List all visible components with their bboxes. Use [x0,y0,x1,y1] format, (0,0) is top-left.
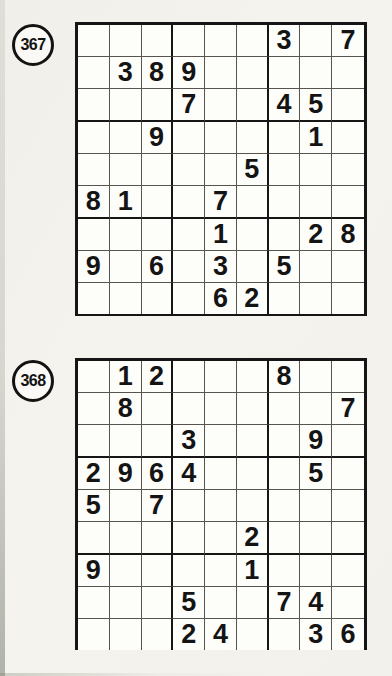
puzzle-367-cell-r5c4 [173,154,205,186]
puzzle-367-cell-r9c4 [173,283,205,314]
puzzle-367-cell-r5c2 [110,154,142,186]
puzzle-367-cell-r9c1 [78,283,110,314]
puzzle-368-cell-r9c4: 2 [173,619,205,650]
puzzle-368-cell-r5c2 [110,490,142,522]
puzzle-368-cell-r3c7 [269,425,301,458]
puzzle-368-cell-r3c8: 9 [300,425,332,458]
puzzle-367-cell-r3c4: 7 [173,89,205,122]
puzzle-368-cell-r7c6: 1 [237,555,269,587]
puzzle-367-cell-r8c5: 3 [205,251,237,283]
puzzle-368-cell-r2c5 [205,393,237,425]
puzzle-367-cell-r4c8: 1 [300,122,332,154]
puzzle-367-cell-r8c6 [237,251,269,283]
puzzle-368-cell-r4c3: 6 [142,458,174,490]
puzzle-368-cell-r9c8: 3 [300,619,332,650]
puzzle-367-cell-r7c5: 1 [205,219,237,251]
puzzle-367-cell-r8c1: 9 [78,251,110,283]
puzzle-368-cell-r3c3 [142,425,174,458]
puzzle-368-cell-r9c6 [237,619,269,650]
puzzle-367-cell-r2c2: 3 [110,57,142,89]
puzzle-368-cell-r4c4: 4 [173,458,205,490]
puzzle-368-cell-r8c3 [142,587,174,619]
puzzle-367-cell-r6c7 [269,186,301,219]
puzzle-367-cell-r1c1 [78,25,110,57]
puzzle-367-cell-r6c6 [237,186,269,219]
puzzle-368-cell-r1c1 [78,361,110,393]
puzzle-number: 368 [20,372,45,390]
puzzle-367-cell-r8c7: 5 [269,251,301,283]
puzzle-367-cell-r4c7 [269,122,301,154]
puzzle-368-cell-r1c7: 8 [269,361,301,393]
puzzle-367-cell-r7c8: 2 [300,219,332,251]
puzzle-367-cell-r4c4 [173,122,205,154]
puzzle-367-cell-r7c7 [269,219,301,251]
puzzle-367-cell-r3c7: 4 [269,89,301,122]
puzzle-368-cell-r4c9 [332,458,364,490]
puzzle-367-cell-r9c8 [300,283,332,314]
puzzle-367-cell-r6c2: 1 [110,186,142,219]
puzzle-367-cell-r3c5 [205,89,237,122]
puzzle-367-cell-r2c1 [78,57,110,89]
puzzle-367-cell-r1c9: 7 [332,25,364,57]
page: 367 37389745915817128963562 368 12887392… [0,0,392,676]
puzzle-368-cell-r4c8: 5 [300,458,332,490]
puzzle-368-cell-r6c7 [269,522,301,555]
puzzle-367-cell-r3c1 [78,89,110,122]
puzzle-367-cell-r5c5 [205,154,237,186]
puzzle-368-cell-r6c4 [173,522,205,555]
puzzle-368-cell-r3c4: 3 [173,425,205,458]
puzzle-368-cell-r1c8 [300,361,332,393]
puzzle-368-cell-r3c9 [332,425,364,458]
puzzle-368-cell-r2c9: 7 [332,393,364,425]
puzzle-number-badge: 368 [12,360,54,402]
puzzle-number-badge: 367 [12,24,54,66]
puzzle-367-cell-r4c1 [78,122,110,154]
puzzle-368-cell-r8c9 [332,587,364,619]
puzzle-367-cell-r9c7 [269,283,301,314]
puzzle-368-cell-r2c8 [300,393,332,425]
puzzle-367-cell-r6c1: 8 [78,186,110,219]
puzzle-368-cell-r7c3 [142,555,174,587]
puzzle-367-cell-r7c2 [110,219,142,251]
puzzle-367-cell-r6c3 [142,186,174,219]
puzzle-368: 368 128873929645572915742436 [0,358,392,650]
puzzle-368-cell-r7c8 [300,555,332,587]
puzzle-368-cell-r5c3: 7 [142,490,174,522]
puzzle-367-cell-r6c8 [300,186,332,219]
puzzle-367-cell-r4c5 [205,122,237,154]
puzzle-368-cell-r1c9 [332,361,364,393]
puzzle-368-cell-r6c9 [332,522,364,555]
puzzle-368-cell-r9c9: 6 [332,619,364,650]
puzzle-367-cell-r3c2 [110,89,142,122]
puzzle-368-cell-r6c1 [78,522,110,555]
puzzle-367-cell-r8c2 [110,251,142,283]
puzzle-368-cell-r4c1: 2 [78,458,110,490]
puzzle-368-cell-r7c7 [269,555,301,587]
puzzle-367-cell-r6c4 [173,186,205,219]
puzzle-368-cell-r6c6: 2 [237,522,269,555]
puzzle-368-cell-r3c6 [237,425,269,458]
puzzle-368-cell-r1c6 [237,361,269,393]
puzzle-368-cell-r1c2: 1 [110,361,142,393]
puzzle-368-cell-r8c1 [78,587,110,619]
puzzle-367-cell-r8c9 [332,251,364,283]
puzzle-367-cell-r8c8 [300,251,332,283]
puzzle-368-cell-r1c4 [173,361,205,393]
puzzle-367-cell-r3c9 [332,89,364,122]
puzzle-367-cell-r7c4 [173,219,205,251]
sudoku-board-368: 128873929645572915742436 [75,358,367,650]
puzzle-367-cell-r4c2 [110,122,142,154]
puzzle-367-cell-r5c8 [300,154,332,186]
puzzle-367-cell-r3c6 [237,89,269,122]
puzzle-368-cell-r1c5 [205,361,237,393]
puzzle-368-cell-r2c6 [237,393,269,425]
puzzle-367-cell-r5c3 [142,154,174,186]
sudoku-board-367: 37389745915817128963562 [75,22,367,316]
puzzle-368-cell-r5c5 [205,490,237,522]
puzzle-368-cell-r8c7: 7 [269,587,301,619]
puzzle-367-cell-r2c7 [269,57,301,89]
puzzle-367-cell-r9c9 [332,283,364,314]
puzzle-368-cell-r3c5 [205,425,237,458]
puzzle-367-cell-r7c1 [78,219,110,251]
puzzle-367-cell-r2c5 [205,57,237,89]
puzzle-367-cell-r1c4 [173,25,205,57]
puzzle-368-cell-r4c6 [237,458,269,490]
puzzle-367-cell-r2c6 [237,57,269,89]
puzzle-368-cell-r8c4: 5 [173,587,205,619]
puzzle-368-cell-r5c1: 5 [78,490,110,522]
puzzle-367-cell-r2c4: 9 [173,57,205,89]
puzzle-368-cell-r9c7 [269,619,301,650]
puzzle-368-cell-r2c4 [173,393,205,425]
puzzle-368-cell-r2c1 [78,393,110,425]
puzzle-368-cell-r5c9 [332,490,364,522]
puzzle-367-cell-r5c7 [269,154,301,186]
puzzle-368-cell-r1c3: 2 [142,361,174,393]
puzzle-368-cell-r7c5 [205,555,237,587]
puzzle-368-cell-r5c4 [173,490,205,522]
puzzle-367-cell-r7c9: 8 [332,219,364,251]
puzzle-368-cell-r9c2 [110,619,142,650]
puzzle-368-cell-r5c7 [269,490,301,522]
puzzle-367-cell-r4c3: 9 [142,122,174,154]
puzzle-367-cell-r2c3: 8 [142,57,174,89]
puzzle-367-cell-r9c3 [142,283,174,314]
puzzle-368-cell-r6c3 [142,522,174,555]
puzzle-367-cell-r1c3 [142,25,174,57]
puzzle-367-cell-r4c6 [237,122,269,154]
puzzle-368-cell-r4c7 [269,458,301,490]
puzzle-367-cell-r3c3 [142,89,174,122]
puzzle-367-cell-r5c1 [78,154,110,186]
puzzle-368-cell-r3c2 [110,425,142,458]
puzzle-368-cell-r4c2: 9 [110,458,142,490]
puzzle-367-cell-r1c6 [237,25,269,57]
puzzle-368-cell-r7c4 [173,555,205,587]
puzzle-367-cell-r9c2 [110,283,142,314]
puzzle-367-cell-r4c9 [332,122,364,154]
puzzle-367-cell-r7c3 [142,219,174,251]
puzzle-368-cell-r7c9 [332,555,364,587]
puzzle-368-cell-r5c8 [300,490,332,522]
puzzle-368-cell-r2c3 [142,393,174,425]
puzzle-367-cell-r9c6: 2 [237,283,269,314]
puzzle-367-cell-r1c7: 3 [269,25,301,57]
puzzle-367-cell-r7c6 [237,219,269,251]
puzzle-367-cell-r3c8: 5 [300,89,332,122]
puzzle-368-cell-r9c1 [78,619,110,650]
puzzle-367: 367 37389745915817128963562 [0,22,392,316]
puzzle-number: 367 [20,36,45,54]
puzzle-368-cell-r8c8: 4 [300,587,332,619]
puzzle-368-cell-r9c3 [142,619,174,650]
puzzle-368-cell-r6c2 [110,522,142,555]
puzzle-367-cell-r5c6: 5 [237,154,269,186]
puzzle-368-cell-r7c2 [110,555,142,587]
puzzle-368-cell-r7c1: 9 [78,555,110,587]
puzzle-368-cell-r5c6 [237,490,269,522]
puzzle-367-cell-r6c5: 7 [205,186,237,219]
puzzle-367-cell-r1c8 [300,25,332,57]
puzzle-368-cell-r2c2: 8 [110,393,142,425]
puzzle-368-cell-r8c5 [205,587,237,619]
puzzle-368-cell-r8c6 [237,587,269,619]
puzzle-368-cell-r9c5: 4 [205,619,237,650]
puzzle-368-cell-r4c5 [205,458,237,490]
puzzle-367-cell-r1c5 [205,25,237,57]
puzzle-368-cell-r6c8 [300,522,332,555]
puzzle-368-cell-r6c5 [205,522,237,555]
puzzle-368-cell-r2c7 [269,393,301,425]
puzzle-367-cell-r1c2 [110,25,142,57]
puzzle-367-cell-r6c9 [332,186,364,219]
puzzle-367-cell-r9c5: 6 [205,283,237,314]
puzzle-368-cell-r3c1 [78,425,110,458]
puzzle-367-cell-r2c9 [332,57,364,89]
puzzle-368-cell-r8c2 [110,587,142,619]
puzzle-367-cell-r5c9 [332,154,364,186]
puzzle-367-cell-r2c8 [300,57,332,89]
puzzle-367-cell-r8c3: 6 [142,251,174,283]
puzzle-367-cell-r8c4 [173,251,205,283]
